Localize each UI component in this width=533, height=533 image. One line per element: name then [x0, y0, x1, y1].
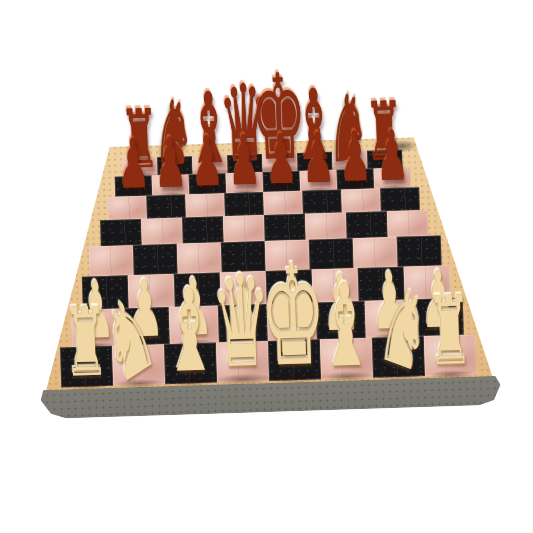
- piece-white-knight: ♞: [374, 271, 432, 388]
- rank-row-1: ♜♞♝♛♚♝♞♜: [28, 333, 509, 388]
- piece-black-pawn: ♟: [227, 129, 261, 195]
- square-f6: [302, 190, 342, 214]
- chessboard-scene: ♜♞♝♛♚♝♞♜♟♟♟♟♟♟♟♟♟♟♟♟♟♟♟♟♜♞♝♛♚♝♞♜: [22, 133, 511, 438]
- square-c1: ♝: [164, 343, 217, 385]
- square-b1: ♞: [112, 344, 165, 386]
- square-e7: ♟: [263, 171, 301, 192]
- square-g5: [346, 211, 388, 238]
- square-a7: ♟: [115, 176, 153, 197]
- square-c7: ♟: [189, 173, 227, 194]
- square-h1: ♜: [424, 334, 477, 376]
- square-a6: [107, 196, 147, 220]
- square-h5: [387, 210, 429, 237]
- square-g1: ♞: [372, 336, 425, 378]
- piece-white-bishop: ♝: [317, 271, 374, 381]
- square-e6: [263, 191, 303, 215]
- square-d6: [224, 192, 264, 216]
- square-b6: [146, 194, 186, 218]
- piece-black-pawn: ♟: [153, 131, 187, 197]
- square-f1: ♝: [320, 338, 373, 380]
- piece-black-pawn: ♟: [301, 127, 335, 193]
- square-h6: [380, 187, 420, 211]
- square-b7: ♟: [152, 174, 190, 195]
- piece-black-pawn: ♟: [116, 133, 150, 199]
- square-c5: [182, 216, 224, 243]
- piece-black-pawn: ♟: [264, 128, 298, 194]
- piece-white-rook: ♜: [426, 287, 473, 378]
- square-g7: ♟: [337, 169, 375, 190]
- square-b5: [141, 218, 183, 245]
- square-d7: ♟: [226, 172, 264, 193]
- play-area: ♜♞♝♛♚♝♞♜♟♟♟♟♟♟♟♟♟♟♟♟♟♟♟♟♜♞♝♛♚♝♞♜: [22, 147, 509, 389]
- piece-white-bishop: ♝: [161, 276, 218, 386]
- photo-background: { "game": "chess", "description": "Overh…: [0, 0, 533, 533]
- square-f7: ♟: [300, 170, 338, 191]
- square-g6: [341, 188, 381, 212]
- piece-black-pawn: ♟: [375, 125, 409, 191]
- piece-black-pawn: ♟: [190, 130, 224, 196]
- square-c6: [185, 193, 225, 217]
- square-h7: ♟: [374, 167, 412, 188]
- square-e1: ♚: [268, 339, 321, 381]
- square-a5: [100, 219, 142, 246]
- piece-black-pawn: ♟: [338, 126, 372, 192]
